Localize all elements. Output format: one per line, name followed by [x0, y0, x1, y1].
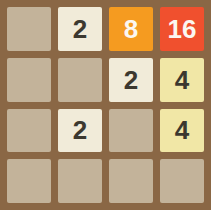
- tile-2-r1c2: 2: [58, 7, 102, 51]
- empty-cell-r4c3: [109, 159, 153, 203]
- empty-cell-r4c4: [160, 159, 204, 203]
- empty-cell-r4c2: [58, 159, 102, 203]
- tile-4-r2c4: 4: [160, 58, 204, 102]
- empty-cell-r4c1: [7, 159, 51, 203]
- tile-4-r3c4: 4: [160, 109, 204, 153]
- tile-16-r1c4: 16: [160, 7, 204, 51]
- empty-cell-r2c2: [58, 58, 102, 102]
- empty-cell-r3c1: [7, 109, 51, 153]
- empty-cell-r1c1: [7, 7, 51, 51]
- empty-cell-r3c3: [109, 109, 153, 153]
- tile-2-r2c3: 2: [109, 58, 153, 102]
- tile-8-r1c3: 8: [109, 7, 153, 51]
- board-2048[interactable]: 28162424: [0, 0, 211, 210]
- empty-cell-r2c1: [7, 58, 51, 102]
- tile-2-r3c2: 2: [58, 109, 102, 153]
